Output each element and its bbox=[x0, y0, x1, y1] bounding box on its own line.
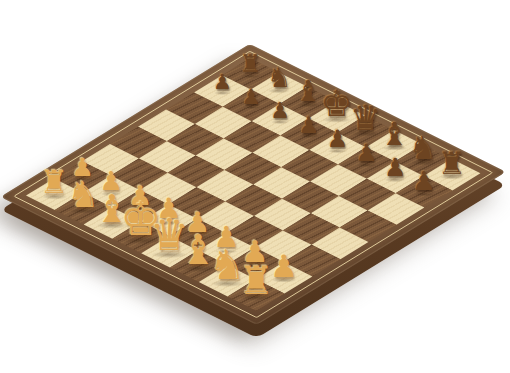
chessboard bbox=[0, 44, 506, 325]
board-squares bbox=[26, 58, 480, 311]
product-photo: Overhead-angle product photo of a wooden… bbox=[0, 0, 510, 373]
